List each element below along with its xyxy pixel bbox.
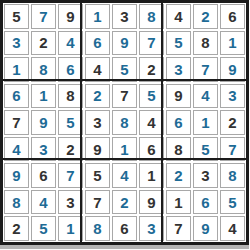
sudoku-cell[interactable]: 9: [58, 4, 83, 29]
sudoku-cell[interactable]: 3: [58, 190, 83, 215]
sudoku-cell[interactable]: 4: [193, 84, 218, 109]
sudoku-cell[interactable]: 5: [139, 84, 164, 109]
sudoku-cell[interactable]: 2: [166, 163, 191, 188]
sudoku-cell[interactable]: 7: [166, 216, 191, 241]
sudoku-cell[interactable]: 7: [85, 190, 110, 215]
sudoku-cell[interactable]: 2: [58, 137, 83, 162]
sudoku-cell[interactable]: 9: [85, 137, 110, 162]
sudoku-cell[interactable]: 7: [193, 57, 218, 82]
sudoku-cell[interactable]: 8: [220, 163, 245, 188]
sudoku-cell[interactable]: 5: [31, 216, 56, 241]
sudoku-cell[interactable]: 2: [193, 4, 218, 29]
sudoku-cell[interactable]: 6: [112, 216, 137, 241]
sudoku-cell[interactable]: 5: [4, 4, 29, 29]
sudoku-cell[interactable]: 2: [31, 31, 56, 56]
sudoku-cell[interactable]: 1: [193, 110, 218, 135]
sudoku-cell[interactable]: 6: [220, 4, 245, 29]
sudoku-cell[interactable]: 5: [58, 110, 83, 135]
sudoku-cell[interactable]: 7: [4, 110, 29, 135]
sudoku-cell[interactable]: 4: [85, 57, 110, 82]
sudoku-cell[interactable]: 1: [220, 31, 245, 56]
sudoku-cell[interactable]: 6: [166, 110, 191, 135]
sudoku-cell[interactable]: 5: [220, 190, 245, 215]
sudoku-cell[interactable]: 2: [112, 190, 137, 215]
sudoku-cell[interactable]: 6: [85, 31, 110, 56]
sudoku-cell[interactable]: 5: [193, 137, 218, 162]
sudoku-cell[interactable]: 4: [112, 163, 137, 188]
sudoku-cell[interactable]: 6: [193, 190, 218, 215]
sudoku-cell[interactable]: 3: [166, 57, 191, 82]
sudoku-cell[interactable]: 9: [31, 110, 56, 135]
sudoku-cell[interactable]: 1: [58, 216, 83, 241]
sudoku-cell[interactable]: 4: [139, 110, 164, 135]
sudoku-cell[interactable]: 4: [220, 216, 245, 241]
sudoku-board: 5791384263246975811864523796182759437953…: [0, 0, 249, 245]
sudoku-cell[interactable]: 8: [4, 190, 29, 215]
sudoku-cell[interactable]: 8: [166, 137, 191, 162]
sudoku-cell[interactable]: 2: [4, 216, 29, 241]
sudoku-cell[interactable]: 3: [4, 31, 29, 56]
sudoku-cell[interactable]: 1: [85, 4, 110, 29]
sudoku-cell[interactable]: 8: [193, 31, 218, 56]
sudoku-cell[interactable]: 5: [85, 163, 110, 188]
sudoku-cell[interactable]: 4: [58, 31, 83, 56]
sudoku-cell[interactable]: 3: [112, 4, 137, 29]
sudoku-cell[interactable]: 6: [139, 137, 164, 162]
sudoku-cell[interactable]: 8: [85, 216, 110, 241]
sudoku-cell[interactable]: 8: [112, 110, 137, 135]
sudoku-cell[interactable]: 8: [139, 4, 164, 29]
sudoku-cell[interactable]: 1: [166, 190, 191, 215]
sudoku-cell[interactable]: 9: [4, 163, 29, 188]
sudoku-cell[interactable]: 3: [220, 84, 245, 109]
sudoku-cell[interactable]: 4: [4, 137, 29, 162]
sudoku-cell[interactable]: 8: [58, 84, 83, 109]
sudoku-cell[interactable]: 7: [139, 31, 164, 56]
sudoku-cell[interactable]: 3: [31, 137, 56, 162]
sudoku-cell[interactable]: 4: [31, 190, 56, 215]
sudoku-cell[interactable]: 5: [166, 31, 191, 56]
sudoku-cell[interactable]: 6: [58, 57, 83, 82]
sudoku-cell[interactable]: 1: [112, 137, 137, 162]
sudoku-cell[interactable]: 2: [139, 57, 164, 82]
sudoku-cell[interactable]: 8: [31, 57, 56, 82]
sudoku-cell[interactable]: 1: [31, 84, 56, 109]
sudoku-cell[interactable]: 4: [166, 4, 191, 29]
sudoku-cell[interactable]: 3: [139, 216, 164, 241]
sudoku-cell[interactable]: 7: [58, 163, 83, 188]
sudoku-cell[interactable]: 1: [139, 163, 164, 188]
sudoku-cell[interactable]: 7: [220, 137, 245, 162]
sudoku-cell[interactable]: 1: [4, 57, 29, 82]
sudoku-cell[interactable]: 3: [193, 163, 218, 188]
sudoku-cell[interactable]: 9: [139, 190, 164, 215]
sudoku-cell[interactable]: 9: [193, 216, 218, 241]
sudoku-cell[interactable]: 9: [166, 84, 191, 109]
sudoku-cell[interactable]: 5: [112, 57, 137, 82]
sudoku-cell[interactable]: 7: [112, 84, 137, 109]
sudoku-cell[interactable]: 2: [85, 84, 110, 109]
sudoku-cell[interactable]: 9: [220, 57, 245, 82]
sudoku-cell[interactable]: 7: [31, 4, 56, 29]
sudoku-cell[interactable]: 9: [112, 31, 137, 56]
sudoku-cell[interactable]: 3: [85, 110, 110, 135]
sudoku-cell[interactable]: 6: [4, 84, 29, 109]
sudoku-cell[interactable]: 6: [31, 163, 56, 188]
sudoku-cell[interactable]: 2: [220, 110, 245, 135]
